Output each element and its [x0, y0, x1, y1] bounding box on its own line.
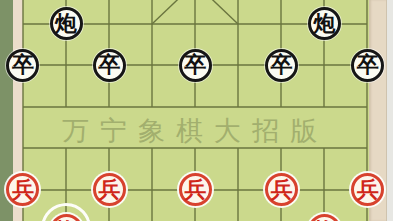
black-piece-disc: 卒: [351, 49, 384, 82]
black-piece-disc: 卒: [6, 49, 39, 82]
black-piece-disc: 卒: [93, 49, 126, 82]
piece-red-soldier-g6[interactable]: 兵: [260, 169, 303, 210]
red-piece-disc: 兵: [6, 173, 39, 206]
red-piece-disc: 兵: [179, 173, 212, 206]
red-piece-disc: 兵: [265, 173, 298, 206]
red-piece-disc: 兵: [93, 173, 126, 206]
piece-black-soldier-e3[interactable]: 卒: [174, 45, 217, 86]
piece-red-soldier-e6[interactable]: 兵: [174, 169, 217, 210]
piece-black-cannon-b2[interactable]: 炮: [44, 3, 87, 44]
piece-black-soldier-i3[interactable]: 卒: [346, 45, 389, 86]
red-piece-disc: 兵: [351, 173, 384, 206]
black-piece-disc: 炮: [50, 7, 83, 40]
piece-black-soldier-a3[interactable]: 卒: [1, 45, 44, 86]
piece-red-soldier-a6[interactable]: 兵: [1, 169, 44, 210]
piece-black-cannon-h2[interactable]: 炮: [303, 3, 346, 44]
piece-red-cannon-h7[interactable]: 炮: [303, 210, 346, 221]
red-piece-disc: 炮: [308, 214, 341, 221]
piece-red-soldier-i6[interactable]: 兵: [346, 169, 389, 210]
piece-black-soldier-g3[interactable]: 卒: [260, 45, 303, 86]
xiangqi-app-screen: 万宁象棋大招版 炮炮卒卒卒卒卒兵兵兵兵炮炮兵: [0, 0, 393, 221]
black-piece-disc: 炮: [308, 7, 341, 40]
black-piece-disc: 卒: [179, 49, 212, 82]
piece-black-soldier-c3[interactable]: 卒: [88, 45, 131, 86]
piece-red-soldier-c6[interactable]: 兵: [88, 169, 131, 210]
piece-red-cannon-b7[interactable]: 炮: [44, 210, 87, 221]
red-piece-disc: 炮: [50, 214, 83, 221]
black-piece-disc: 卒: [265, 49, 298, 82]
xiangqi-board[interactable]: 炮炮卒卒卒卒卒兵兵兵兵炮炮兵: [1, 3, 389, 221]
